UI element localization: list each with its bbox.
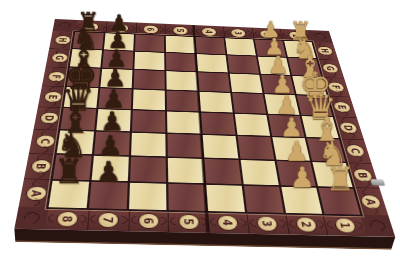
square-h2[interactable] xyxy=(255,40,286,57)
coordinate-label-5: 5 xyxy=(173,26,187,34)
coordinate-label-8: 8 xyxy=(83,22,98,30)
coordinate-label-3: 3 xyxy=(231,29,246,37)
chess-set-photo: 87654321 87654321 HGFEDCBA HGFEDCBA ♜♞♝♛… xyxy=(0,0,400,267)
coordinate-label-G: G xyxy=(51,53,68,62)
square-f6[interactable] xyxy=(134,70,165,89)
square-e3[interactable] xyxy=(232,93,266,114)
square-f4[interactable] xyxy=(198,72,230,91)
coordinate-label-H: H xyxy=(54,36,70,45)
coordinate-label-7: 7 xyxy=(114,24,129,32)
piece-white-pawn-a2[interactable]: ♟ xyxy=(277,152,327,204)
border-cell: G xyxy=(46,48,73,67)
square-g2[interactable] xyxy=(258,57,290,75)
square-f3[interactable] xyxy=(230,74,263,93)
square-h6[interactable] xyxy=(135,35,164,52)
square-e4[interactable] xyxy=(200,92,233,113)
border-cell: H xyxy=(49,31,75,49)
square-g6[interactable] xyxy=(134,52,164,70)
coordinate-label-H: H xyxy=(317,46,333,55)
coordinate-label-G: G xyxy=(322,64,339,73)
square-h4[interactable] xyxy=(196,37,226,54)
square-h5[interactable] xyxy=(166,36,195,53)
square-g5[interactable] xyxy=(166,53,196,71)
square-h7[interactable] xyxy=(104,33,134,50)
piece-black-rook-a8[interactable]: ♜ xyxy=(43,145,94,198)
square-e5[interactable] xyxy=(167,91,199,112)
scroll-ornament-corner xyxy=(308,30,333,43)
square-g8[interactable] xyxy=(70,49,102,67)
square-h8[interactable] xyxy=(73,32,104,49)
square-h1[interactable] xyxy=(284,41,316,58)
scroll-ornament-corner xyxy=(53,19,77,32)
square-g3[interactable] xyxy=(227,55,259,73)
square-h3[interactable] xyxy=(225,38,256,55)
square-f5[interactable] xyxy=(166,71,197,90)
coordinate-label-1: 1 xyxy=(288,31,304,39)
chess-board: 87654321 87654321 HGFEDCBA HGFEDCBA ♜♞♝♛… xyxy=(14,19,395,237)
coordinate-label-4: 4 xyxy=(202,28,217,36)
coordinate-label-6: 6 xyxy=(144,25,158,33)
coordinate-label-2: 2 xyxy=(260,30,275,38)
square-g1[interactable] xyxy=(288,58,321,76)
square-g7[interactable] xyxy=(102,50,133,68)
square-g4[interactable] xyxy=(197,54,228,72)
